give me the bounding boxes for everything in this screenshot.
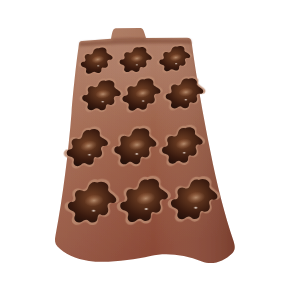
chocolate-mold-photo	[0, 0, 300, 300]
photo-background	[0, 0, 300, 300]
product-photo	[0, 0, 300, 300]
